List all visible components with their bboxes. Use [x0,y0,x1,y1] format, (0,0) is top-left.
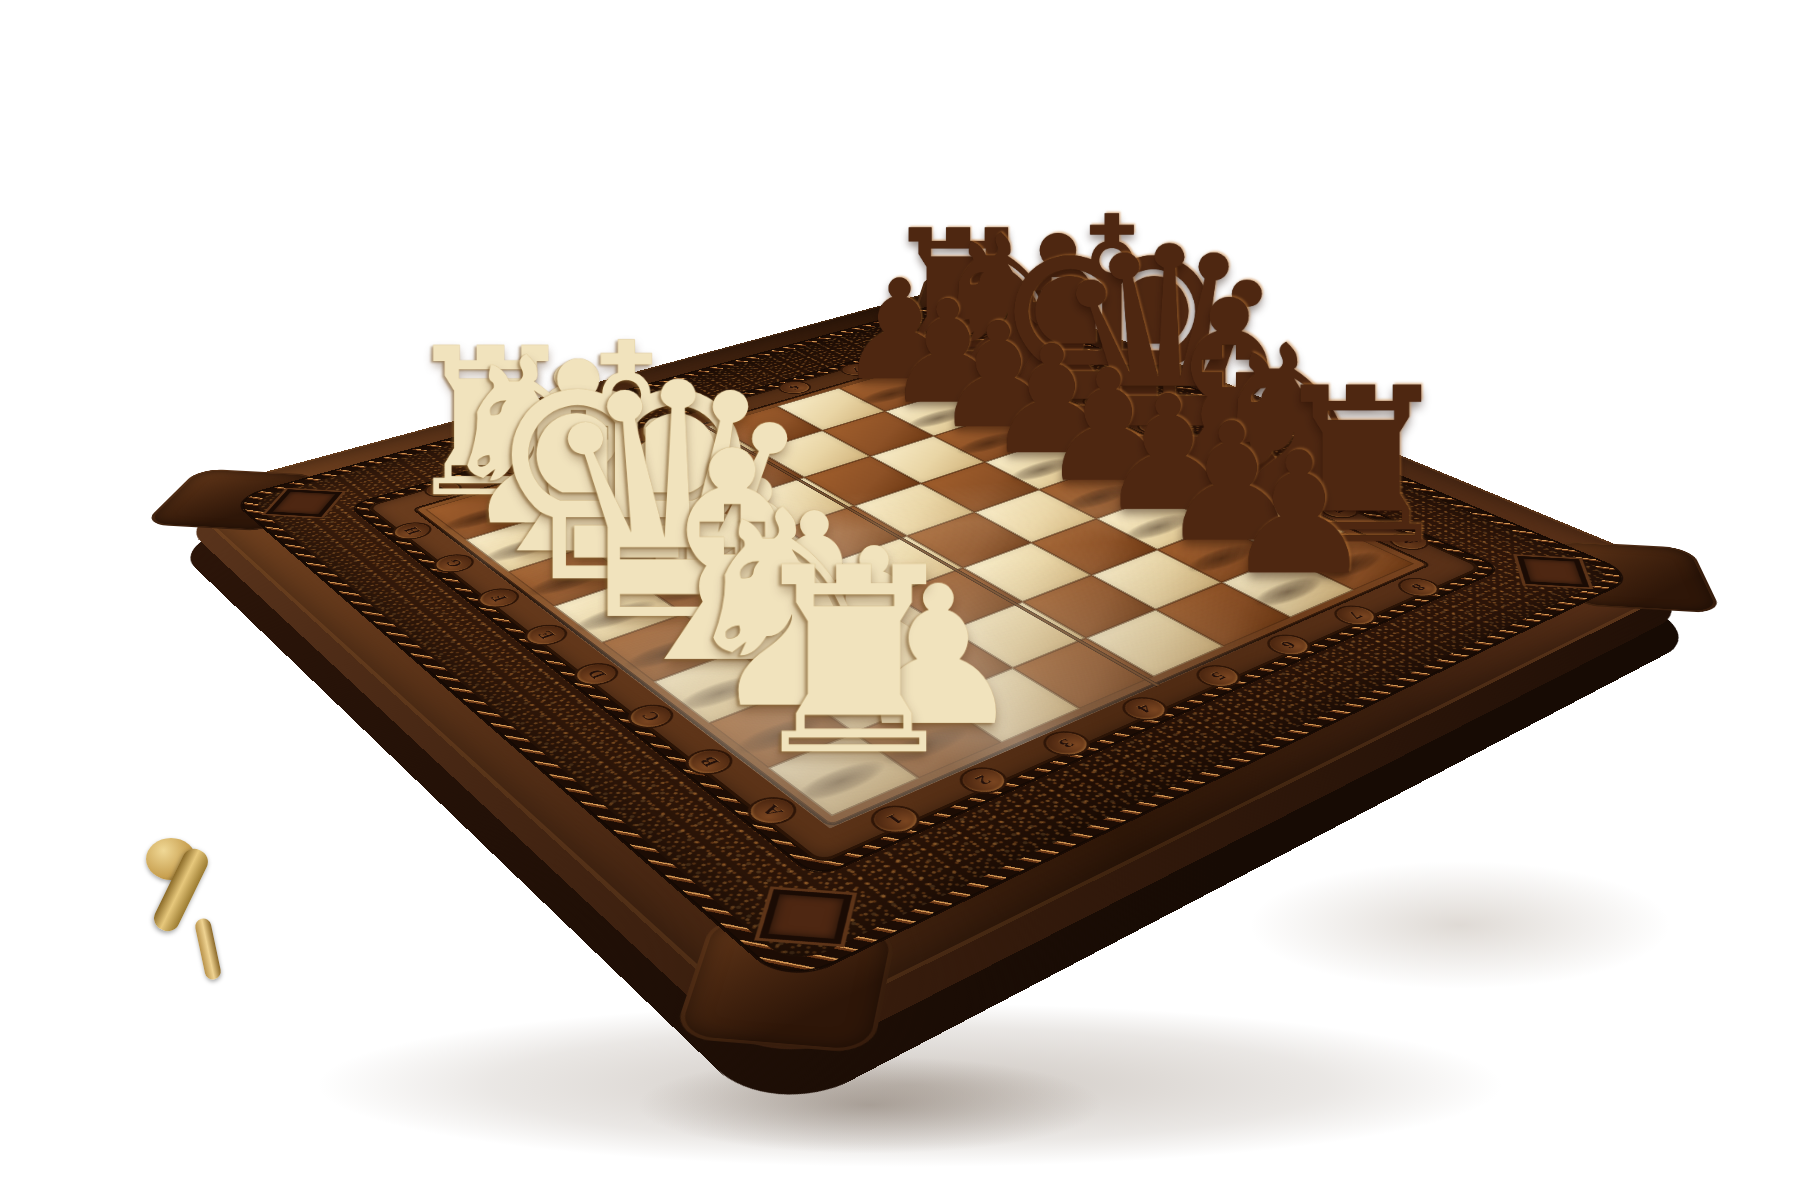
chess-grid: ♜♟♟♜♞♟♟♞♝♟♟♝♚♟♟♚♛♟♟♛♝♟♟♝♞♟♟♞♜♟♟♜ [425,354,1414,817]
corner-medallion [759,889,852,944]
rank-label-1: 1 [866,802,926,836]
carved-chess-board: ♜♟♟♜♞♟♟♞♝♟♟♝♚♟♟♚♛♟♟♛♝♟♟♝♞♟♟♞♜♟♟♜ HGFEDCB… [177,280,1701,1041]
frame-outer-rim: ♜♟♟♜♞♟♟♞♝♟♟♝♚♟♟♚♛♟♟♛♝♟♟♝♞♟♟♞♜♟♟♜ HGFEDCB… [177,280,1701,1041]
scene-3d: ♜♟♟♜♞♟♟♞♝♟♟♝♚♟♟♚♛♟♟♛♝♟♟♝♞♟♟♞♜♟♟♜ HGFEDCB… [0,0,1800,1200]
rank-label-5: 5 [1191,663,1245,690]
rank-label-4: 4 [1117,695,1173,724]
brass-latch-hook [194,917,223,981]
white-rook[interactable]: ♜ [666,545,1041,781]
corner-medallion [1517,556,1589,588]
rank-label-7: 7 [1329,603,1381,627]
checkerboard-panel: ♜♟♟♜♞♟♟♞♝♟♟♝♚♟♟♚♛♟♟♛♝♟♟♝♞♟♟♞♜♟♟♜ HGFEDCB… [414,350,1428,825]
rope-border-outer: ♜♟♟♜♞♟♟♞♝♟♟♝♚♟♟♚♛♟♟♛♝♟♟♝♞♟♟♞♜♟♟♜ HGFEDCB… [231,295,1637,985]
rank-label-6: 6 [1262,632,1315,658]
corner-foot-left [142,468,321,531]
chip-carved-ornament-band: ♜♟♟♜♞♟♟♞♝♟♟♝♚♟♟♚♛♟♟♛♝♟♟♝♞♟♟♞♜♟♟♜ HGFEDCB… [249,300,1617,968]
black-pawn[interactable]: ♟ [1139,437,1459,592]
photo-stage: ♜♟♟♜♞♟♟♞♝♟♟♝♚♟♟♚♛♟♟♛♝♟♟♝♞♟♟♞♜♟♟♜ HGFEDCB… [0,0,1800,1200]
brass-latch [138,836,268,986]
